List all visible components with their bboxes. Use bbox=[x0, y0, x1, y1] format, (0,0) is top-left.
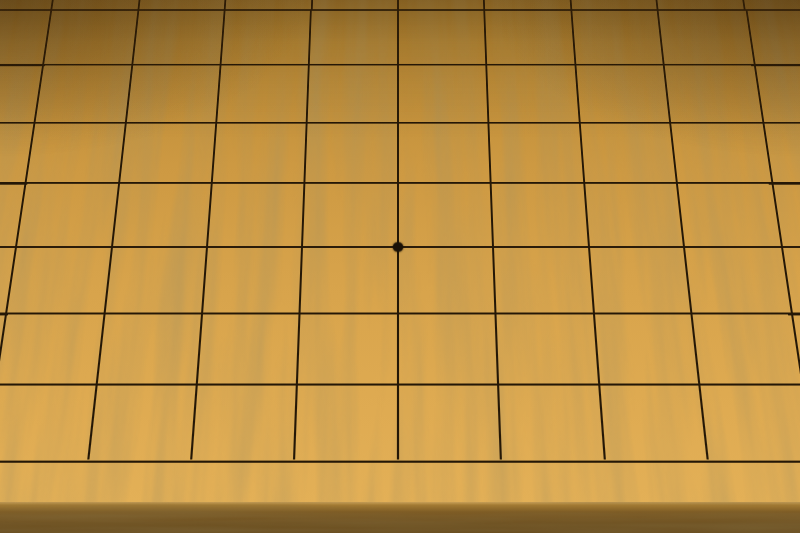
board-cell bbox=[36, 66, 133, 124]
board-front-edge bbox=[0, 502, 800, 533]
board-cell bbox=[492, 184, 590, 248]
board-cell bbox=[308, 66, 399, 124]
go-board-grid bbox=[0, 9, 800, 462]
board-cell bbox=[306, 124, 399, 185]
board-cell bbox=[659, 11, 754, 66]
board-cell bbox=[303, 184, 398, 248]
grid-line-stub bbox=[0, 9, 53, 11]
board-cell bbox=[97, 315, 203, 386]
board-cell bbox=[399, 385, 502, 459]
board-cell bbox=[499, 385, 605, 459]
board-cell bbox=[600, 385, 709, 459]
board-cell bbox=[595, 315, 701, 386]
board-cell bbox=[198, 315, 301, 386]
board-cell bbox=[105, 248, 208, 315]
board-cell bbox=[678, 184, 781, 248]
board-cell bbox=[126, 66, 221, 124]
board-cell bbox=[399, 66, 490, 124]
grid-line-stub bbox=[743, 9, 800, 11]
board-cell bbox=[399, 124, 492, 185]
board-cell bbox=[89, 385, 198, 459]
board-cell bbox=[487, 66, 580, 124]
board-cell bbox=[494, 248, 594, 315]
board-cell bbox=[580, 124, 678, 185]
board-cell bbox=[113, 184, 213, 248]
board-cell bbox=[133, 11, 226, 66]
board-cell bbox=[572, 11, 665, 66]
board-cell bbox=[485, 11, 576, 66]
board-cell bbox=[296, 385, 399, 459]
board-cell bbox=[671, 124, 771, 185]
grid-line-stub bbox=[0, 182, 27, 184]
goban-photo bbox=[0, 0, 800, 533]
board-cell bbox=[44, 11, 139, 66]
board-cell bbox=[585, 184, 685, 248]
board-cell bbox=[490, 124, 585, 185]
board-cell bbox=[590, 248, 693, 315]
edge-wood-grain-texture bbox=[0, 502, 800, 533]
board-cell bbox=[120, 124, 218, 185]
board-cell bbox=[701, 385, 800, 459]
board-cell bbox=[221, 11, 312, 66]
board-cell bbox=[399, 11, 488, 66]
grid-line-stub bbox=[751, 64, 800, 66]
board-cell bbox=[208, 184, 306, 248]
board-cell bbox=[685, 248, 790, 315]
board-cell bbox=[665, 66, 762, 124]
board-cell bbox=[27, 124, 127, 185]
board-cell bbox=[17, 184, 120, 248]
board-cell bbox=[497, 315, 600, 386]
board-cell bbox=[192, 385, 298, 459]
grid-line-stub bbox=[0, 122, 36, 124]
board-face bbox=[0, 0, 800, 505]
board-cell bbox=[576, 66, 671, 124]
board-cell bbox=[7, 248, 112, 315]
star-point-hoshi bbox=[393, 243, 403, 252]
board-cell bbox=[399, 248, 497, 315]
board-cell bbox=[301, 248, 399, 315]
grid-line-stub bbox=[0, 64, 45, 66]
board-cell bbox=[213, 124, 308, 185]
board-cell bbox=[0, 385, 97, 459]
grid-line-stub bbox=[760, 122, 800, 124]
board-cell bbox=[298, 315, 399, 386]
board-cell bbox=[217, 66, 310, 124]
board-cell bbox=[693, 315, 800, 386]
board-cell bbox=[203, 248, 303, 315]
board-cell bbox=[0, 315, 105, 386]
board-cell bbox=[399, 315, 500, 386]
board-cell bbox=[310, 11, 399, 66]
board-cell bbox=[399, 184, 494, 248]
